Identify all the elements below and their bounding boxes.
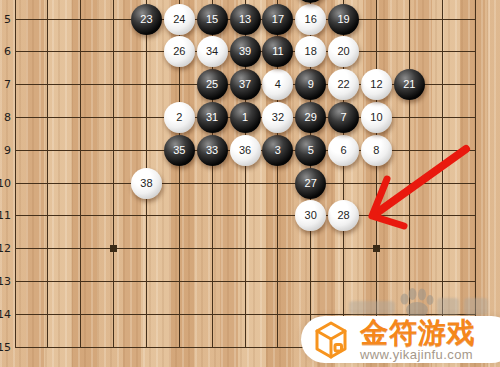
stone-number: 6 — [341, 145, 347, 156]
stone-23: 23 — [131, 4, 162, 35]
stone-6: 6 — [328, 135, 359, 166]
stone-34: 34 — [197, 36, 228, 67]
stone-number: 37 — [239, 79, 251, 90]
stone-1: 1 — [230, 102, 261, 133]
row-label-13: 13 — [0, 276, 11, 287]
stone-36: 36 — [230, 135, 261, 166]
stone-32: 32 — [262, 102, 293, 133]
stone-number: 35 — [173, 145, 185, 156]
grid-line-horizontal — [15, 314, 476, 315]
stone-number: 13 — [239, 14, 251, 25]
star-point — [373, 245, 380, 252]
stone-number: 20 — [337, 46, 349, 57]
grid-line-horizontal — [15, 248, 476, 249]
stone-39: 39 — [230, 36, 261, 67]
stone-number: 15 — [206, 14, 218, 25]
stone-4: 4 — [262, 69, 293, 100]
stone-number: 11 — [272, 46, 283, 57]
stone-number: 34 — [206, 46, 218, 57]
stone-24: 24 — [164, 4, 195, 35]
star-point — [110, 245, 117, 252]
stone-25: 25 — [197, 69, 228, 100]
grid-line-horizontal — [15, 215, 476, 216]
stone-18: 18 — [295, 36, 326, 67]
row-label-15: 15 — [0, 342, 11, 353]
arrow-shaft — [378, 149, 466, 212]
stone-number: 27 — [305, 178, 317, 189]
row-label-12: 12 — [0, 243, 11, 254]
stone-number: 19 — [337, 14, 349, 25]
row-label-8: 8 — [0, 112, 11, 123]
stone-number: 30 — [305, 210, 317, 221]
stone-number: 18 — [305, 46, 317, 57]
stone-number: 25 — [206, 79, 218, 90]
stone-number: 23 — [140, 14, 152, 25]
stone-13: 13 — [230, 4, 261, 35]
row-label-6: 6 — [0, 46, 11, 57]
stone-10: 10 — [361, 102, 392, 133]
stone-33: 33 — [197, 135, 228, 166]
stone-8: 8 — [361, 135, 392, 166]
stone-31: 31 — [197, 102, 228, 133]
watermark-url-text: www.yikajinfu.com — [360, 348, 473, 361]
stone-number: 21 — [403, 79, 415, 90]
stone-number: 7 — [341, 112, 347, 123]
row-label-14: 14 — [0, 309, 11, 320]
stone-number: 12 — [370, 79, 382, 90]
stone-29: 29 — [295, 102, 326, 133]
stone-17: 17 — [262, 4, 293, 35]
stone-9: 9 — [295, 69, 326, 100]
stone-number: 10 — [370, 112, 382, 123]
stone-7: 7 — [328, 102, 359, 133]
gomoku-tutorial-screenshot: 56789101112131415 1234567891011121315161… — [0, 0, 500, 367]
grid-line-horizontal — [15, 183, 476, 184]
stone-number: 26 — [173, 46, 185, 57]
faint-text-blob — [437, 298, 459, 315]
badge-texts: 金符游戏 www.yikajinfu.com — [360, 319, 476, 361]
stone-27: 27 — [295, 168, 326, 199]
row-label-10: 10 — [0, 178, 11, 189]
stone-number: 2 — [176, 112, 182, 123]
stone-number: 5 — [308, 145, 314, 156]
row-label-7: 7 — [0, 79, 11, 90]
stone-number: 3 — [275, 145, 281, 156]
faint-text-blob — [349, 301, 395, 314]
stone-number: 38 — [140, 178, 152, 189]
site-watermark-badge: 金符游戏 www.yikajinfu.com — [301, 316, 500, 363]
stone-number: 1 — [242, 112, 248, 123]
row-label-5: 5 — [0, 14, 11, 25]
stone-30: 30 — [295, 200, 326, 231]
grid-line-horizontal — [15, 281, 476, 282]
stone-2: 2 — [164, 102, 195, 133]
gift-box-cube-icon — [312, 320, 350, 360]
stone-partial-0 — [295, 0, 326, 3]
stone-number: 29 — [305, 112, 317, 123]
stone-15: 15 — [197, 4, 228, 35]
stone-number: 32 — [272, 112, 284, 123]
stone-37: 37 — [230, 69, 261, 100]
stone-21: 21 — [394, 69, 425, 100]
stone-number: 16 — [305, 14, 317, 25]
stone-5: 5 — [295, 135, 326, 166]
stone-16: 16 — [295, 4, 326, 35]
stone-22: 22 — [328, 69, 359, 100]
stone-number: 17 — [272, 14, 284, 25]
row-label-11: 11 — [0, 210, 11, 221]
stone-number: 31 — [206, 112, 218, 123]
stone-number: 28 — [337, 210, 349, 221]
stone-26: 26 — [164, 36, 195, 67]
board-edge-seam — [488, 0, 490, 367]
stone-28: 28 — [328, 200, 359, 231]
stone-19: 19 — [328, 4, 359, 35]
stone-number: 8 — [373, 145, 379, 156]
faint-text-blob — [464, 298, 488, 315]
stone-number: 36 — [239, 145, 251, 156]
stone-number: 9 — [308, 79, 314, 90]
stone-number: 33 — [206, 145, 218, 156]
stone-number: 39 — [239, 46, 251, 57]
stone-3: 3 — [262, 135, 293, 166]
stone-12: 12 — [361, 69, 392, 100]
stone-11: 11 — [262, 36, 293, 67]
stone-number: 22 — [337, 79, 349, 90]
stone-number: 4 — [275, 79, 281, 90]
row-label-9: 9 — [0, 145, 11, 156]
watermark-brand-text: 金符游戏 — [360, 319, 476, 347]
stone-38: 38 — [131, 168, 162, 199]
stone-35: 35 — [164, 135, 195, 166]
stone-20: 20 — [328, 36, 359, 67]
stone-number: 24 — [173, 14, 185, 25]
